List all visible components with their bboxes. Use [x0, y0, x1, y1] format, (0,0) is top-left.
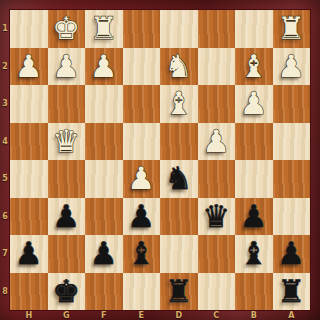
white-rook-f1[interactable]: ♜	[90, 10, 118, 47]
white-pawn-c4[interactable]: ♟	[202, 123, 230, 160]
square-a4[interactable]	[273, 123, 311, 161]
square-b1[interactable]	[235, 10, 273, 48]
square-c1[interactable]	[198, 10, 236, 48]
black-bishop-b7[interactable]: ♝	[240, 235, 268, 272]
rank-label-4: 4	[0, 123, 10, 161]
square-d2[interactable]: ♞	[160, 48, 198, 86]
square-g2[interactable]: ♟	[48, 48, 86, 86]
square-d1[interactable]	[160, 10, 198, 48]
square-d4[interactable]	[160, 123, 198, 161]
square-h3[interactable]	[10, 85, 48, 123]
black-pawn-e6[interactable]: ♟	[127, 198, 155, 235]
black-pawn-f7[interactable]: ♟	[90, 235, 118, 272]
white-pawn-b3[interactable]: ♟	[240, 85, 268, 122]
white-knight-d2[interactable]: ♞	[165, 48, 193, 85]
square-b5[interactable]	[235, 160, 273, 198]
black-rook-a8[interactable]: ♜	[277, 273, 305, 310]
square-g6[interactable]: ♟	[48, 198, 86, 236]
square-e2[interactable]	[123, 48, 161, 86]
square-a3[interactable]	[273, 85, 311, 123]
chess-board: ♚♜♜♟♟♟♞♝♟♝♟♛♟♟♞♟♟♛♟♟♟♝♝♟♚♜♜	[10, 10, 310, 310]
square-d6[interactable]	[160, 198, 198, 236]
square-c5[interactable]	[198, 160, 236, 198]
white-rook-a1[interactable]: ♜	[277, 10, 305, 47]
square-f5[interactable]	[85, 160, 123, 198]
square-h4[interactable]	[10, 123, 48, 161]
square-c4[interactable]: ♟	[198, 123, 236, 161]
file-label-h: H	[10, 310, 48, 320]
black-pawn-a7[interactable]: ♟	[277, 235, 305, 272]
square-e5[interactable]: ♟	[123, 160, 161, 198]
square-g4[interactable]: ♛	[48, 123, 86, 161]
square-f3[interactable]	[85, 85, 123, 123]
square-b3[interactable]: ♟	[235, 85, 273, 123]
rank-label-3: 3	[0, 85, 10, 123]
black-pawn-h7[interactable]: ♟	[15, 235, 43, 272]
square-e6[interactable]: ♟	[123, 198, 161, 236]
square-f7[interactable]: ♟	[85, 235, 123, 273]
square-b6[interactable]: ♟	[235, 198, 273, 236]
file-label-e: E	[123, 310, 161, 320]
square-g8[interactable]: ♚	[48, 273, 86, 311]
square-h1[interactable]	[10, 10, 48, 48]
square-d5[interactable]: ♞	[160, 160, 198, 198]
square-b8[interactable]	[235, 273, 273, 311]
square-a8[interactable]: ♜	[273, 273, 311, 311]
white-pawn-h2[interactable]: ♟	[15, 48, 43, 85]
square-c6[interactable]: ♛	[198, 198, 236, 236]
rank-label-1: 1	[0, 10, 10, 48]
square-h5[interactable]	[10, 160, 48, 198]
square-e7[interactable]: ♝	[123, 235, 161, 273]
square-c2[interactable]	[198, 48, 236, 86]
white-king-g1[interactable]: ♚	[52, 10, 80, 47]
square-e1[interactable]	[123, 10, 161, 48]
square-f4[interactable]	[85, 123, 123, 161]
file-label-c: C	[198, 310, 236, 320]
square-a7[interactable]: ♟	[273, 235, 311, 273]
black-king-g8[interactable]: ♚	[52, 273, 80, 310]
black-rook-d8[interactable]: ♜	[165, 273, 193, 310]
black-pawn-b6[interactable]: ♟	[240, 198, 268, 235]
square-a1[interactable]: ♜	[273, 10, 311, 48]
square-b4[interactable]	[235, 123, 273, 161]
white-pawn-a2[interactable]: ♟	[277, 48, 305, 85]
square-b7[interactable]: ♝	[235, 235, 273, 273]
square-c3[interactable]	[198, 85, 236, 123]
square-f1[interactable]: ♜	[85, 10, 123, 48]
file-label-b: B	[235, 310, 273, 320]
white-bishop-b2[interactable]: ♝	[240, 48, 268, 85]
square-a5[interactable]	[273, 160, 311, 198]
square-c8[interactable]	[198, 273, 236, 311]
square-h2[interactable]: ♟	[10, 48, 48, 86]
square-d7[interactable]	[160, 235, 198, 273]
file-label-a: A	[273, 310, 311, 320]
square-e4[interactable]	[123, 123, 161, 161]
black-queen-c6[interactable]: ♛	[202, 198, 230, 235]
square-d3[interactable]: ♝	[160, 85, 198, 123]
board-frame: ♚♜♜♟♟♟♞♝♟♝♟♛♟♟♞♟♟♛♟♟♟♝♝♟♚♜♜ 12345678 HGF…	[0, 0, 320, 320]
square-f2[interactable]: ♟	[85, 48, 123, 86]
square-a6[interactable]	[273, 198, 311, 236]
square-g5[interactable]	[48, 160, 86, 198]
square-g3[interactable]	[48, 85, 86, 123]
square-c7[interactable]	[198, 235, 236, 273]
square-g1[interactable]: ♚	[48, 10, 86, 48]
rank-label-2: 2	[0, 48, 10, 86]
square-b2[interactable]: ♝	[235, 48, 273, 86]
black-pawn-g6[interactable]: ♟	[52, 198, 80, 235]
file-label-d: D	[160, 310, 198, 320]
file-label-g: G	[48, 310, 86, 320]
square-f8[interactable]	[85, 273, 123, 311]
rank-label-6: 6	[0, 198, 10, 236]
black-knight-d5[interactable]: ♞	[165, 160, 193, 197]
white-pawn-e5[interactable]: ♟	[127, 160, 155, 197]
square-d8[interactable]: ♜	[160, 273, 198, 311]
square-e8[interactable]	[123, 273, 161, 311]
white-queen-g4[interactable]: ♛	[52, 123, 80, 160]
file-label-f: F	[85, 310, 123, 320]
square-f6[interactable]	[85, 198, 123, 236]
square-g7[interactable]	[48, 235, 86, 273]
black-bishop-e7[interactable]: ♝	[127, 235, 155, 272]
rank-label-8: 8	[0, 273, 10, 311]
square-e3[interactable]	[123, 85, 161, 123]
square-h6[interactable]	[10, 198, 48, 236]
white-pawn-f2[interactable]: ♟	[90, 48, 118, 85]
square-h7[interactable]: ♟	[10, 235, 48, 273]
square-h8[interactable]	[10, 273, 48, 311]
white-bishop-d3[interactable]: ♝	[165, 85, 193, 122]
rank-label-7: 7	[0, 235, 10, 273]
square-a2[interactable]: ♟	[273, 48, 311, 86]
white-pawn-g2[interactable]: ♟	[52, 48, 80, 85]
rank-label-5: 5	[0, 160, 10, 198]
